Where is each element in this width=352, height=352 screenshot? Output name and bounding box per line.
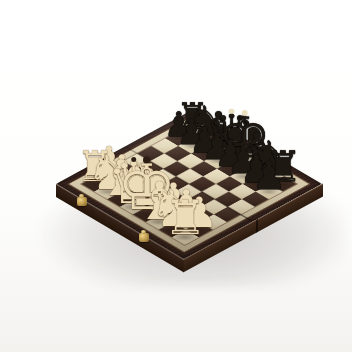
piece-white-rook-h1[interactable]: ♜ (164, 195, 206, 242)
piece-black-pawn-h7[interactable]: ♟ (252, 157, 287, 196)
dark-finial (143, 157, 150, 164)
product-photo-stage: ♜♞♝♛♚♝♞♜♟♟♟♟♟♟♟♟♟♟♟♟♟♟♟♟♜♞♝♛♚♝♞♜ (0, 0, 352, 352)
cream-finial (241, 110, 247, 116)
pieces-layer: ♜♞♝♛♚♝♞♜♟♟♟♟♟♟♟♟♟♟♟♟♟♟♟♟♜♞♝♛♚♝♞♜ (0, 0, 352, 352)
